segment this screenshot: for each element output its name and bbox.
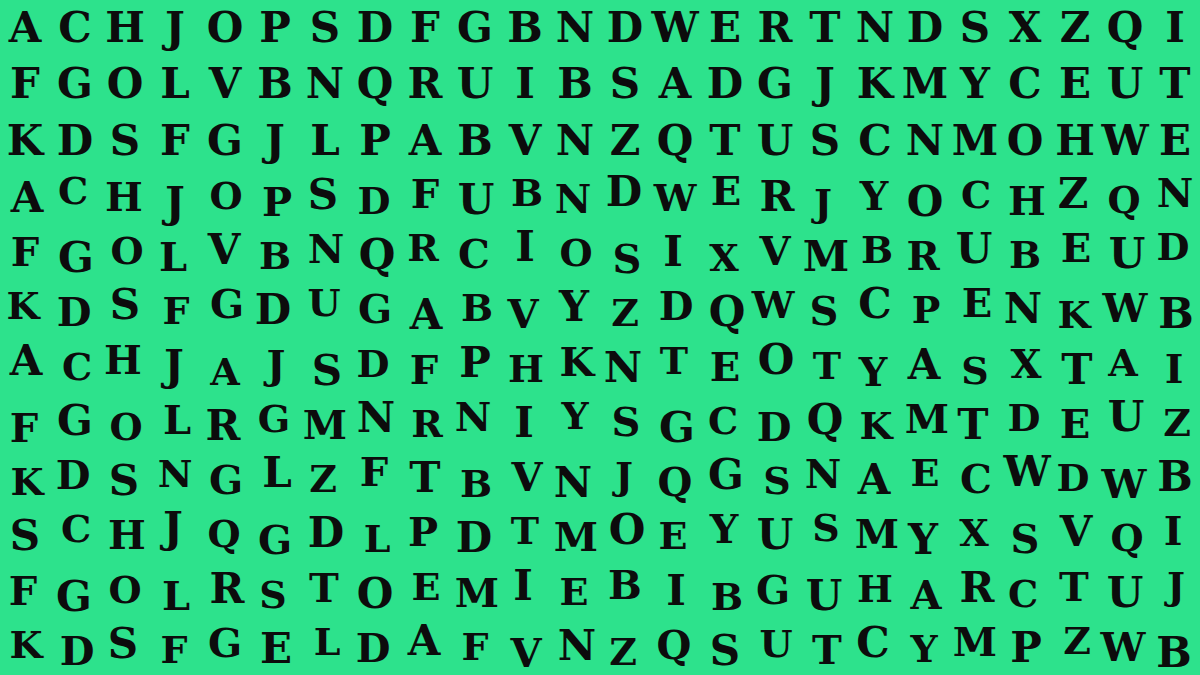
grid-cell: L (352, 511, 402, 567)
grid-cell: K (0, 278, 48, 334)
grid-cell: N (798, 446, 848, 502)
grid-cell: N (1150, 165, 1200, 221)
grid-cell: Y (899, 621, 949, 675)
grid-cell: N (448, 389, 498, 445)
grid-cell: F (0, 224, 50, 280)
grid-cell: P (1001, 620, 1051, 675)
grid-cell: V (1051, 504, 1101, 560)
grid-cell: B (852, 222, 902, 278)
grid-cell: E (700, 339, 750, 395)
grid-cell: U (1100, 565, 1150, 621)
grid-cell: S (99, 453, 149, 509)
grid-cell: D (449, 510, 499, 566)
grid-cell: U (1101, 389, 1151, 445)
grid-cell: D (350, 0, 400, 56)
grid-cell: C (51, 501, 101, 557)
grid-cell: Y (549, 279, 599, 335)
grid-cell: U (299, 275, 349, 331)
grid-cell: W (748, 277, 798, 333)
grid-cell: E (701, 163, 751, 219)
grid-cell: A (1, 333, 51, 389)
grid-cell: B (1150, 449, 1200, 505)
grid-cell: Q (350, 56, 400, 112)
grid-cell: W (650, 0, 700, 56)
grid-cell: G (701, 447, 751, 503)
grid-cell: C (52, 339, 102, 395)
grid-cell: G (50, 393, 100, 449)
grid-cell: B (452, 280, 502, 336)
grid-cell: P (252, 174, 302, 230)
grid-cell: E (900, 445, 950, 501)
grid-cell: E (549, 564, 599, 620)
grid-cell: M (950, 113, 1000, 169)
grid-cell: B (500, 0, 550, 56)
grid-cell: N (150, 446, 200, 502)
grid-cell: S (601, 394, 651, 450)
grid-cell: C (998, 566, 1048, 622)
grid-cell: F (151, 283, 201, 339)
grid-cell: H (98, 332, 148, 388)
grid-cell: Q (649, 617, 699, 673)
grid-cell: O (100, 562, 150, 618)
grid-cell: E (952, 275, 1002, 331)
grid-cell: G (201, 452, 251, 508)
grid-cell: E (401, 559, 451, 615)
grid-cell: Z (1152, 395, 1200, 451)
grid-cell: J (599, 448, 649, 504)
grid-cell: E (1050, 396, 1100, 452)
grid-cell: O (100, 56, 150, 112)
grid-cell: N (548, 171, 598, 227)
grid-cell: N (351, 390, 401, 446)
grid-cell: O (200, 0, 250, 56)
grid-cell: K (1, 617, 51, 673)
grid-cell: W (1100, 113, 1150, 169)
grid-cell: D (1048, 450, 1098, 506)
grid-cell: B (451, 456, 501, 512)
grid-cell: B (702, 569, 752, 625)
grid-cell: D (900, 0, 950, 56)
grid-cell: T (800, 0, 850, 56)
grid-cell: N (850, 0, 900, 56)
grid-cell: J (800, 56, 850, 112)
grid-cell: V (498, 286, 548, 342)
grid-cell: X (949, 505, 999, 561)
grid-cell: M (902, 391, 952, 447)
grid-cell: V (750, 223, 800, 279)
grid-cell: T (802, 622, 852, 675)
grid-cell: R (752, 169, 802, 225)
grid-cell: G (51, 230, 101, 286)
grid-cell: S (300, 0, 350, 56)
grid-cell: N (548, 455, 598, 511)
grid-cell: J (798, 175, 848, 231)
grid-cell: L (148, 229, 198, 285)
grid-cell: H (1050, 113, 1100, 169)
grid-cell: T (802, 338, 852, 394)
grid-cell: U (750, 507, 800, 563)
grid-cell: Y (848, 344, 898, 400)
grid-cell: D (651, 278, 701, 334)
grid-cell: T (299, 560, 349, 616)
grid-cell: D (599, 164, 649, 220)
grid-cell: B (250, 228, 300, 284)
grid-cell: T (649, 333, 699, 389)
grid-cell: Z (600, 113, 650, 169)
grid-cell: S (100, 113, 150, 169)
grid-cell: J (149, 338, 199, 394)
grid-cell: Z (1050, 0, 1100, 56)
grid-cell: Z (600, 285, 650, 341)
grid-cell: P (350, 113, 400, 169)
grid-cell: L (152, 392, 202, 448)
grid-cell: D (301, 505, 351, 561)
grid-cell: A (200, 344, 250, 400)
grid-cell: I (500, 56, 550, 112)
grid-cell: N (550, 113, 600, 169)
grid-cell: V (501, 625, 551, 675)
grid-cell: B (502, 165, 552, 221)
grid-cell: N (301, 221, 351, 277)
grid-cell: D (49, 284, 99, 340)
grid-cell: R (750, 0, 800, 56)
grid-cell: O (751, 332, 801, 388)
grid-cell: R (898, 228, 948, 284)
grid-cell: S (98, 616, 148, 672)
grid-cell: D (999, 390, 1049, 446)
grid-cell: Y (898, 512, 948, 568)
grid-cell: S (801, 500, 851, 556)
grid-cell: P (398, 504, 448, 560)
grid-cell: C (850, 276, 900, 332)
grid-cell: B (450, 113, 500, 169)
grid-cell: Q (1100, 0, 1150, 56)
grid-cell: P (901, 282, 951, 338)
grid-cell: U (799, 568, 849, 624)
grid-cell: W (1100, 280, 1150, 336)
grid-cell: P (250, 0, 300, 56)
grid-cell: S (248, 567, 298, 623)
grid-cell: K (2, 454, 52, 510)
grid-cell: R (402, 396, 452, 452)
grid-cell: G (350, 281, 400, 337)
grid-cell: A (899, 337, 949, 393)
grid-cell: R (202, 561, 252, 617)
grid-cell: W (1002, 444, 1052, 500)
grid-cell: H (1002, 173, 1052, 229)
grid-cell: F (0, 400, 49, 456)
grid-cell: N (552, 618, 602, 674)
grid-cell: O (350, 566, 400, 622)
grid-cell: D (52, 623, 102, 675)
grid-cell: F (150, 113, 200, 169)
grid-cell: T (948, 397, 998, 453)
grid-cell: K (0, 113, 50, 169)
grid-cell: D (700, 56, 750, 112)
grid-cell: G (200, 615, 250, 671)
grid-cell: S (0, 508, 50, 564)
grid-cell: S (950, 343, 1000, 399)
grid-cell: H (99, 169, 149, 225)
grid-cell: W (650, 170, 700, 226)
grid-cell: S (602, 231, 652, 287)
grid-cell: U (1102, 226, 1152, 282)
grid-cell: E (251, 621, 301, 675)
grid-cell: Q (199, 506, 249, 562)
grid-cell: S (298, 167, 348, 223)
grid-cell: M (950, 614, 1000, 670)
grid-cell: M (551, 509, 601, 565)
grid-cell: X (1001, 336, 1051, 392)
grid-cell: I (500, 219, 550, 275)
grid-cell: U (451, 172, 501, 228)
grid-cell: T (1150, 56, 1200, 112)
grid-cell: U (949, 221, 999, 277)
grid-cell: L (151, 568, 201, 624)
grid-cell: G (249, 391, 299, 447)
grid-cell: A (399, 613, 449, 669)
grid-cell: G (202, 276, 252, 332)
grid-cell: B (600, 557, 650, 613)
grid-cell: D (1148, 219, 1198, 275)
grid-cell: C (48, 163, 98, 219)
grid-cell: F (400, 0, 450, 56)
grid-cell: Q (650, 454, 700, 510)
grid-cell: O (551, 225, 601, 281)
grid-cell: E (1051, 220, 1101, 276)
grid-cell: F (349, 444, 399, 500)
grid-cell: R (398, 220, 448, 276)
grid-cell: T (1049, 559, 1099, 615)
grid-cell: V (199, 222, 249, 278)
grid-cell: S (600, 56, 650, 112)
word-search-board: ACHJOPSDFGBNDWERTNDSXZQIFGOLVBNQRUIBSADG… (0, 0, 1200, 675)
grid-cell: D (600, 0, 650, 56)
grid-cell: U (751, 616, 801, 672)
grid-cell: Y (950, 56, 1000, 112)
grid-cell: A (1098, 335, 1148, 391)
grid-cell: Q (1099, 172, 1149, 228)
grid-cell: D (348, 620, 398, 675)
grid-cell: J (150, 0, 200, 56)
grid-cell: I (1148, 503, 1198, 559)
grid-cell: A (0, 0, 50, 56)
grid-cell: T (1052, 342, 1102, 398)
grid-cell: I (498, 558, 548, 614)
grid-cell: K (1049, 287, 1099, 343)
grid-cell: Q (1102, 510, 1152, 566)
grid-cell: J (1151, 558, 1200, 614)
grid-cell: E (1150, 113, 1200, 169)
grid-cell: D (50, 113, 100, 169)
grid-cell: T (400, 450, 450, 506)
grid-cell: M (801, 229, 851, 285)
grid-cell: F (0, 563, 48, 619)
grid-cell: N (300, 56, 350, 112)
grid-cell: S (100, 277, 150, 333)
grid-cell: J (251, 337, 301, 393)
grid-cell: S (302, 343, 352, 399)
grid-cell: A (400, 113, 450, 169)
grid-cell: X (1000, 0, 1050, 56)
grid-cell: H (100, 0, 150, 56)
grid-cell: D (348, 336, 398, 392)
grid-cell: C (1000, 56, 1050, 112)
grid-cell: O (101, 399, 151, 455)
grid-cell: A (849, 452, 899, 508)
grid-cell: S (799, 283, 849, 339)
grid-cell: M (300, 397, 350, 453)
grid-cell: N (900, 113, 950, 169)
grid-cell: J (148, 500, 198, 556)
grid-cell: B (250, 56, 300, 112)
grid-cell: K (850, 56, 900, 112)
grid-cell: V (200, 56, 250, 112)
grid-cell: Z (1052, 613, 1102, 669)
grid-cell: I (651, 563, 701, 619)
grid-cell: Q (800, 392, 850, 448)
grid-cell: U (450, 56, 500, 112)
grid-cell: Q (352, 227, 402, 283)
grid-cell: K (851, 398, 901, 454)
grid-cell: L (150, 56, 200, 112)
grid-cell: S (1000, 511, 1050, 567)
grid-cell: B (1000, 227, 1050, 283)
grid-cell: D (48, 447, 98, 503)
grid-cell: L (252, 445, 302, 501)
grid-cell: F (0, 56, 50, 112)
grid-cell: Z (598, 624, 648, 675)
grid-cell: V (502, 449, 552, 505)
grid-cell: J (150, 175, 200, 231)
grid-cell: N (598, 340, 648, 396)
grid-cell: L (302, 614, 352, 670)
grid-cell: G (50, 56, 100, 112)
grid-cell: H (850, 561, 900, 617)
grid-cell: B (1149, 625, 1199, 675)
grid-cell: I (499, 395, 549, 451)
grid-cell: F (450, 619, 500, 675)
grid-cell: S (800, 113, 850, 169)
grid-cell: C (50, 0, 100, 56)
grid-cell: S (700, 623, 750, 675)
grid-cell: D (248, 282, 298, 338)
grid-cell: N (998, 281, 1048, 337)
grid-cell: B (1151, 286, 1200, 342)
grid-cell: H (501, 341, 551, 397)
grid-cell: A (2, 170, 52, 226)
grid-cell: Y (550, 388, 600, 444)
grid-cell: O (602, 502, 652, 558)
grid-cell: I (1149, 341, 1199, 397)
grid-cell: A (901, 567, 951, 623)
grid-cell: G (49, 569, 99, 625)
grid-cell: Z (1048, 166, 1098, 222)
grid-cell: F (400, 166, 450, 222)
grid-cell: F (399, 342, 449, 398)
grid-cell: D (349, 173, 399, 229)
grid-cell: C (698, 393, 748, 449)
grid-cell: L (300, 113, 350, 169)
grid-cell: G (652, 400, 702, 456)
grid-cell: H (102, 507, 152, 563)
grid-cell: A (401, 287, 451, 343)
grid-cell: F (149, 622, 199, 675)
grid-cell: E (648, 508, 698, 564)
grid-cell: C (951, 451, 1001, 507)
grid-cell: T (500, 503, 550, 559)
grid-cell: Q (650, 113, 700, 169)
grid-cell: G (200, 113, 250, 169)
grid-cell: O (102, 223, 152, 279)
grid-cell: G (450, 0, 500, 56)
grid-cell: V (500, 113, 550, 169)
grid-cell: T (700, 113, 750, 169)
grid-cell: S (950, 0, 1000, 56)
grid-cell: O (1000, 113, 1050, 169)
grid-cell: B (550, 56, 600, 112)
grid-cell: R (400, 56, 450, 112)
grid-cell: Z (298, 451, 348, 507)
grid-cell: I (1150, 0, 1200, 56)
grid-cell: G (250, 512, 300, 568)
grid-cell: P (450, 335, 500, 391)
grid-cell: S (752, 453, 802, 509)
grid-cell: Y (849, 168, 899, 224)
grid-cell: D (749, 399, 799, 455)
grid-cell: G (750, 56, 800, 112)
grid-cell: A (650, 56, 700, 112)
grid-cell: R (198, 398, 248, 454)
grid-cell: M (452, 565, 502, 621)
grid-cell: W (1099, 456, 1149, 512)
grid-cell: X (699, 230, 749, 286)
grid-cell: E (700, 0, 750, 56)
grid-cell: M (852, 506, 902, 562)
grid-cell: C (449, 226, 499, 282)
grid-cell: O (900, 174, 950, 230)
grid-cell: J (250, 113, 300, 169)
grid-cell: N (550, 0, 600, 56)
grid-cell: M (900, 56, 950, 112)
grid-cell: U (1100, 56, 1150, 112)
grid-cell: W (1098, 619, 1148, 675)
grid-cell: E (1050, 56, 1100, 112)
grid-cell: Y (699, 501, 749, 557)
grid-cell: C (951, 167, 1001, 223)
grid-cell: G (748, 562, 798, 618)
grid-cell: K (552, 334, 602, 390)
grid-cell: O (201, 168, 251, 224)
grid-cell: I (648, 224, 698, 280)
grid-cell: U (750, 113, 800, 169)
grid-cell: Q (702, 284, 752, 340)
grid-cell: R (952, 560, 1002, 616)
grid-cell: C (848, 615, 898, 671)
grid-cell: C (850, 113, 900, 169)
